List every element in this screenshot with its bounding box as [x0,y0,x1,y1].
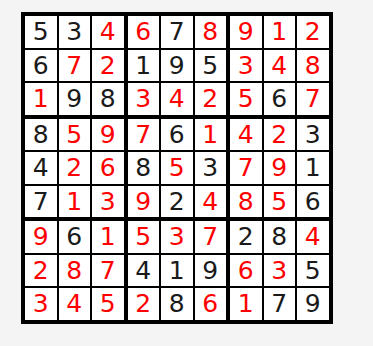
sudoku-cell-r5c5: 5 [161,152,195,186]
sudoku-cell-r7c2: 6 [59,221,93,255]
sudoku-cell-r4c8: 2 [264,119,298,153]
sudoku-cell-r9c2: 4 [59,288,93,320]
sudoku-cell-r1c8: 1 [264,16,298,50]
sudoku-cell-r3c7: 5 [230,83,264,119]
sudoku-cell-r9c3: 5 [92,288,128,320]
sudoku-cell-r1c9: 2 [297,16,329,50]
sudoku-cell-r9c4: 2 [128,288,162,320]
sudoku-cell-r6c5: 2 [161,186,195,222]
sudoku-cell-r9c6: 6 [195,288,231,320]
sudoku-cell-r7c1: 9 [25,221,59,255]
sudoku-cell-r1c3: 4 [92,16,128,50]
sudoku-cell-r6c1: 7 [25,186,59,222]
sudoku-cell-r3c2: 9 [59,83,93,119]
sudoku-cell-r3c6: 2 [195,83,231,119]
sudoku-cell-r9c7: 1 [230,288,264,320]
sudoku-cell-r4c4: 7 [128,119,162,153]
sudoku-cell-r8c6: 9 [195,255,231,289]
sudoku-cell-r5c3: 6 [92,152,128,186]
sudoku-cell-r2c1: 6 [25,50,59,84]
sudoku-cell-r2c2: 7 [59,50,93,84]
sudoku-cell-r5c2: 2 [59,152,93,186]
sudoku-cell-r6c8: 5 [264,186,298,222]
sudoku-cell-r4c7: 4 [230,119,264,153]
sudoku-cell-r8c8: 3 [264,255,298,289]
sudoku-cell-r7c4: 5 [128,221,162,255]
sudoku-cell-r4c5: 6 [161,119,195,153]
sudoku-cell-r8c5: 1 [161,255,195,289]
sudoku-cell-r2c7: 3 [230,50,264,84]
sudoku-cell-r5c6: 3 [195,152,231,186]
sudoku-cell-r3c5: 4 [161,83,195,119]
sudoku-cell-r6c4: 9 [128,186,162,222]
sudoku-cell-r9c1: 3 [25,288,59,320]
sudoku-cell-r2c8: 4 [264,50,298,84]
sudoku-cell-r8c2: 8 [59,255,93,289]
sudoku-cell-r8c1: 2 [25,255,59,289]
sudoku-cell-r5c1: 4 [25,152,59,186]
sudoku-cell-r7c9: 4 [297,221,329,255]
sudoku-cell-r5c7: 7 [230,152,264,186]
sudoku-cell-r4c9: 3 [297,119,329,153]
sudoku-cell-r9c5: 8 [161,288,195,320]
sudoku-cell-r5c4: 8 [128,152,162,186]
sudoku-cell-r9c8: 7 [264,288,298,320]
sudoku-cell-r6c7: 8 [230,186,264,222]
sudoku-cell-r6c6: 4 [195,186,231,222]
sudoku-cell-r7c8: 8 [264,221,298,255]
sudoku-cell-r2c4: 1 [128,50,162,84]
sudoku-cell-r1c1: 5 [25,16,59,50]
sudoku-cell-r3c9: 7 [297,83,329,119]
sudoku-cell-r7c5: 3 [161,221,195,255]
sudoku-board: 5346789126721953481983425678597614234268… [21,12,333,324]
sudoku-cell-r8c4: 4 [128,255,162,289]
sudoku-cell-r3c4: 3 [128,83,162,119]
sudoku-cell-r3c1: 1 [25,83,59,119]
sudoku-cell-r2c3: 2 [92,50,128,84]
sudoku-cell-r3c8: 6 [264,83,298,119]
sudoku-cell-r1c4: 6 [128,16,162,50]
sudoku-cell-r1c7: 9 [230,16,264,50]
sudoku-cell-r2c9: 8 [297,50,329,84]
sudoku-cell-r4c1: 8 [25,119,59,153]
sudoku-cell-r6c9: 6 [297,186,329,222]
sudoku-cell-r7c6: 7 [195,221,231,255]
sudoku-cell-r9c9: 9 [297,288,329,320]
sudoku-cell-r8c9: 5 [297,255,329,289]
sudoku-cell-r4c3: 9 [92,119,128,153]
sudoku-cell-r1c6: 8 [195,16,231,50]
sudoku-cell-r2c6: 5 [195,50,231,84]
sudoku-cell-r4c6: 1 [195,119,231,153]
sudoku-cell-r6c3: 3 [92,186,128,222]
sudoku-cell-r7c7: 2 [230,221,264,255]
sudoku-cell-r5c8: 9 [264,152,298,186]
sudoku-cell-r4c2: 5 [59,119,93,153]
sudoku-cell-r8c7: 6 [230,255,264,289]
sudoku-cell-r7c3: 1 [92,221,128,255]
sudoku-cell-r1c5: 7 [161,16,195,50]
sudoku-cell-r3c3: 8 [92,83,128,119]
sudoku-cell-r2c5: 9 [161,50,195,84]
sudoku-cell-r1c2: 3 [59,16,93,50]
sudoku-cell-r5c9: 1 [297,152,329,186]
sudoku-cell-r6c2: 1 [59,186,93,222]
sudoku-cell-r8c3: 7 [92,255,128,289]
